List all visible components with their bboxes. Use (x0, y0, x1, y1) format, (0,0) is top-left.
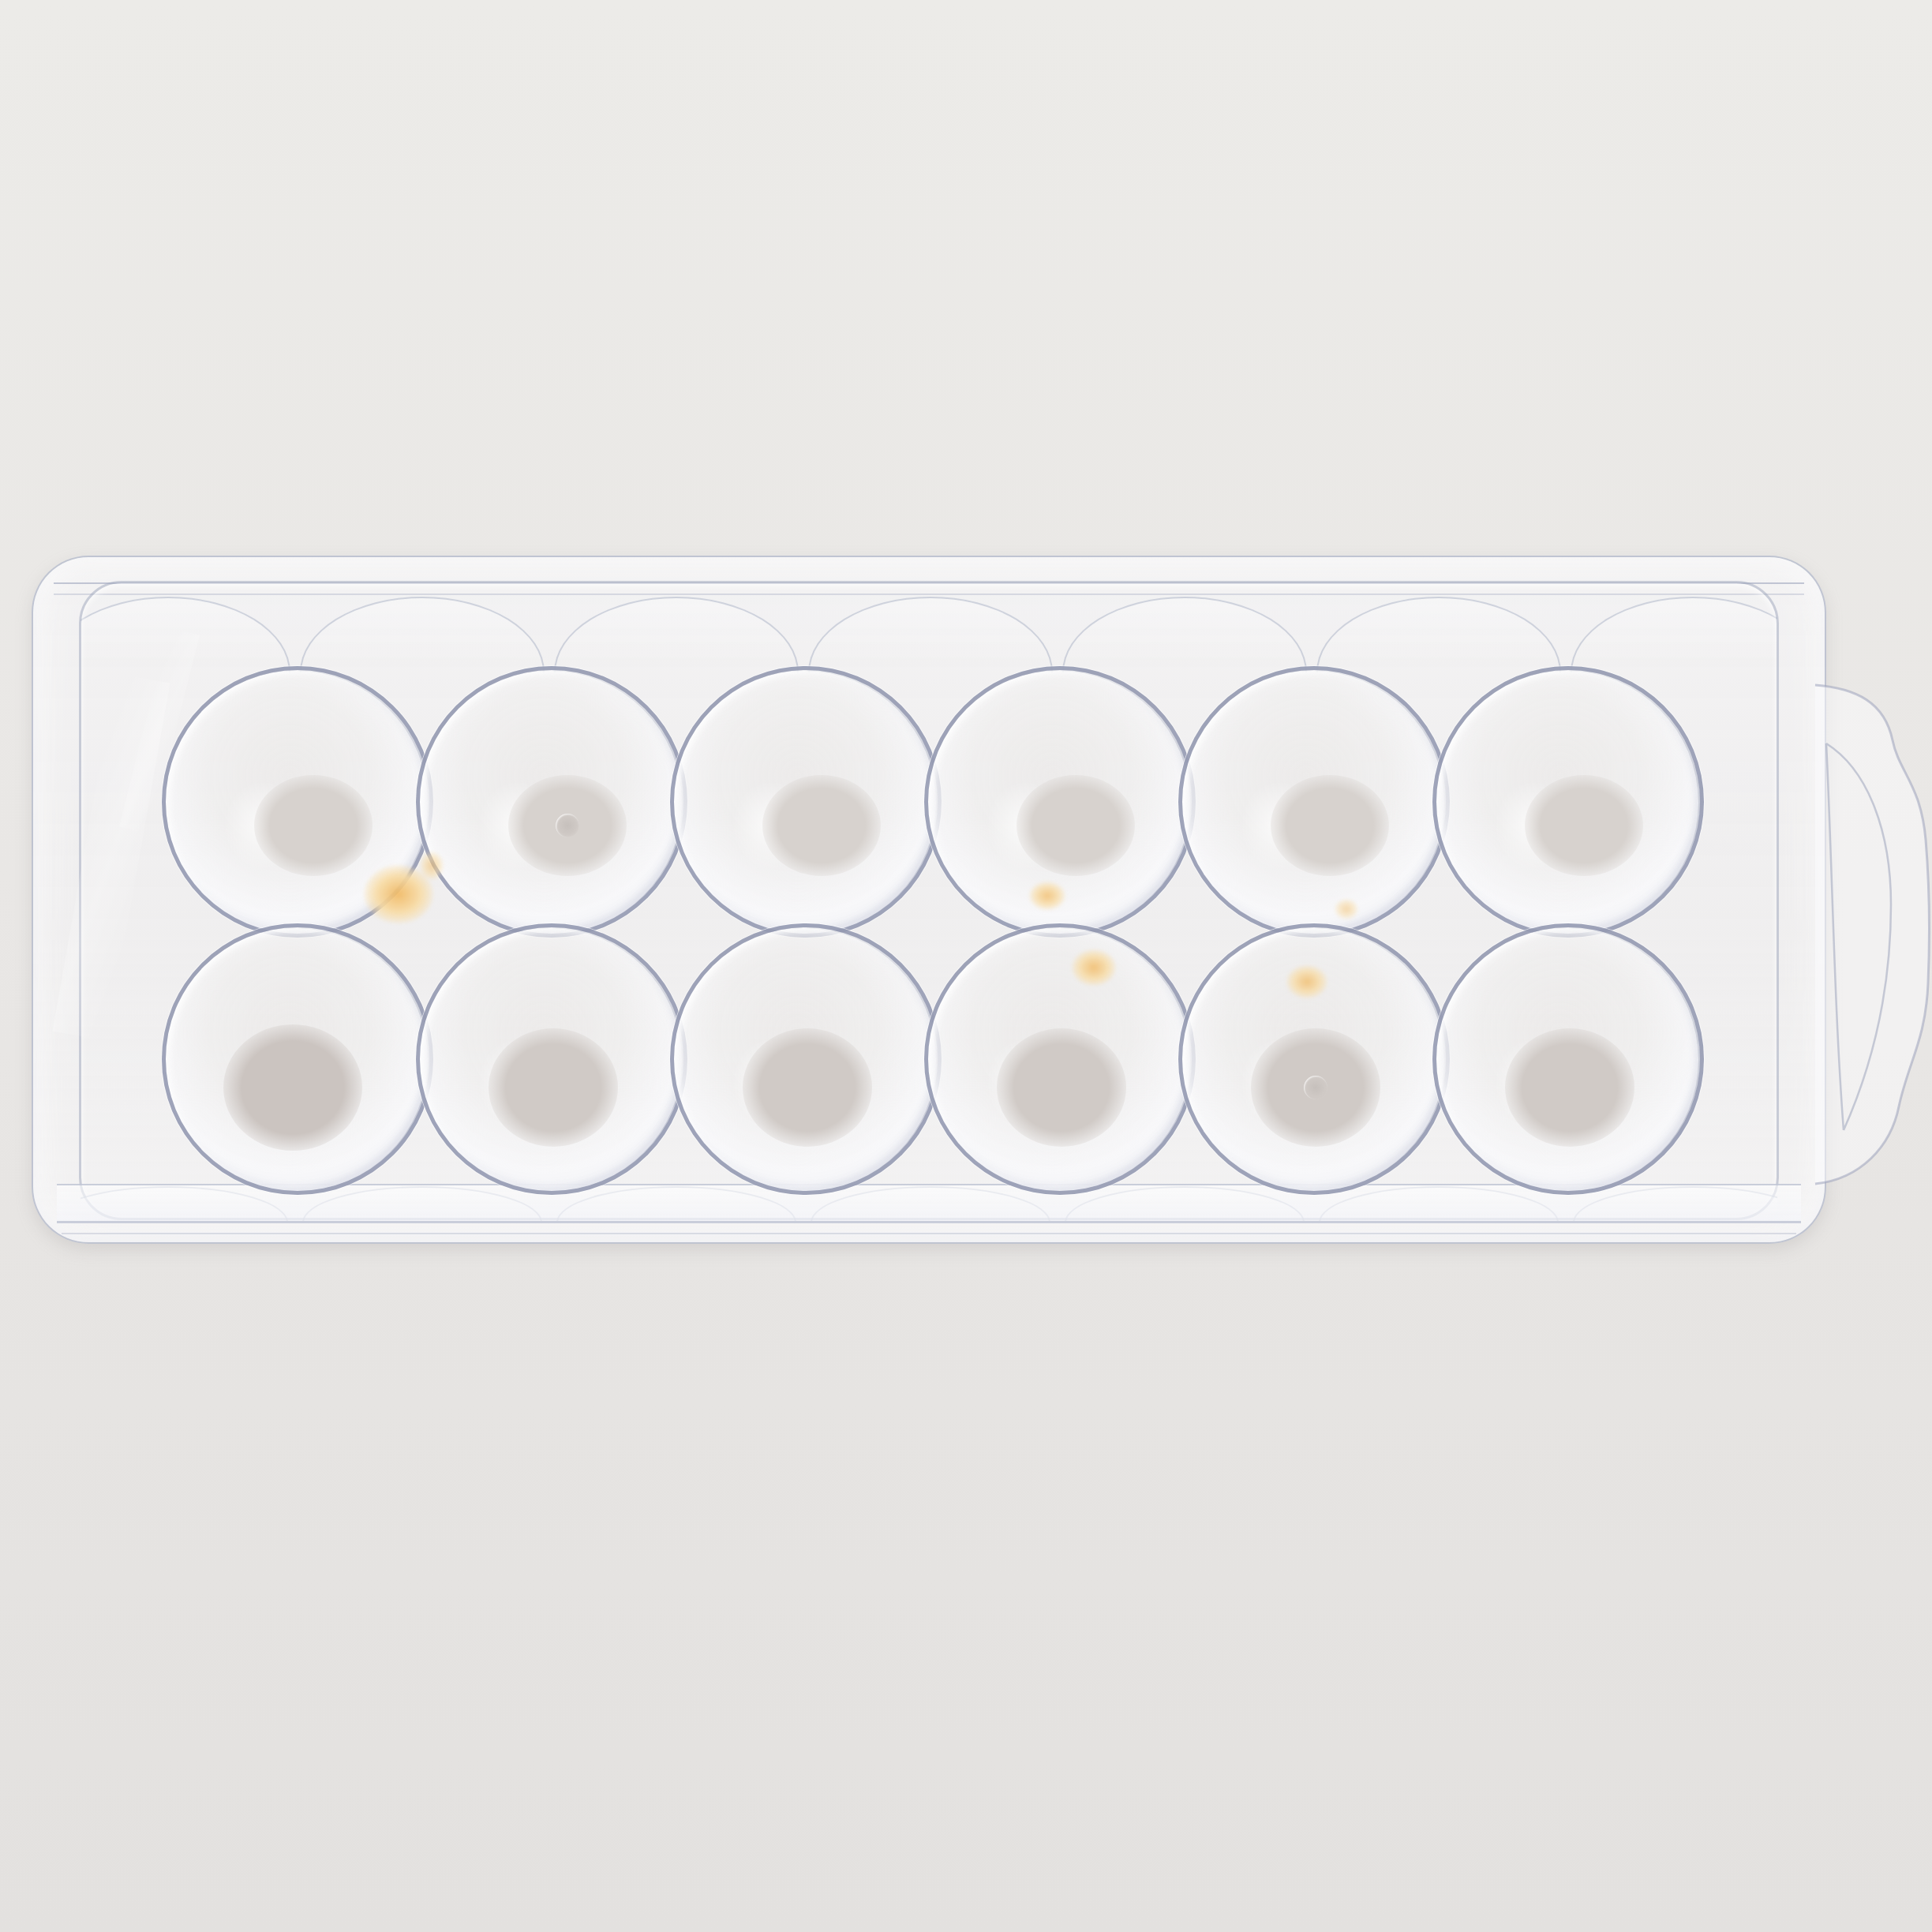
egg-cup-center-dot (1304, 1076, 1327, 1099)
egg-cup-center-dot (556, 814, 579, 837)
egg-cup-r2c3 (670, 923, 942, 1195)
egg-cup-r2c4 (924, 923, 1196, 1195)
handle-fill (1815, 685, 1930, 1184)
egg-cup-bottom (1505, 1028, 1634, 1147)
warm-reflection-spot (1072, 949, 1116, 986)
photo-scene (0, 0, 1932, 1932)
egg-cup-r1c2 (416, 666, 687, 938)
egg-cup-bottom (489, 1028, 618, 1147)
tray-bottom-outer-edge (62, 1233, 1796, 1234)
egg-cup-r2c1 (162, 923, 433, 1195)
egg-tray (32, 556, 1826, 1244)
egg-cup-r2c2 (416, 923, 687, 1195)
egg-cup-bottom (1525, 775, 1643, 876)
egg-cup-bottom (1271, 775, 1389, 876)
egg-cup-bottom (997, 1028, 1126, 1147)
egg-cup-r1c3 (670, 666, 942, 938)
tray-handle (1815, 668, 1932, 1198)
egg-cup-r1c6 (1432, 666, 1704, 938)
warm-reflection-spot (1286, 965, 1327, 998)
egg-cup-bottom (1017, 775, 1135, 876)
egg-cup-bottom (743, 1028, 872, 1147)
warm-reflection-spot (1029, 882, 1065, 910)
egg-cup-r1c5 (1178, 666, 1450, 938)
egg-cup-bottom (254, 775, 373, 876)
warm-reflection-spot (1335, 899, 1358, 919)
egg-cup-r2c5 (1178, 923, 1450, 1195)
egg-cup-r2c6 (1432, 923, 1704, 1195)
egg-cup-bottom (223, 1024, 362, 1151)
egg-cup-bottom (762, 775, 881, 876)
warm-reflection-spot (420, 852, 444, 880)
